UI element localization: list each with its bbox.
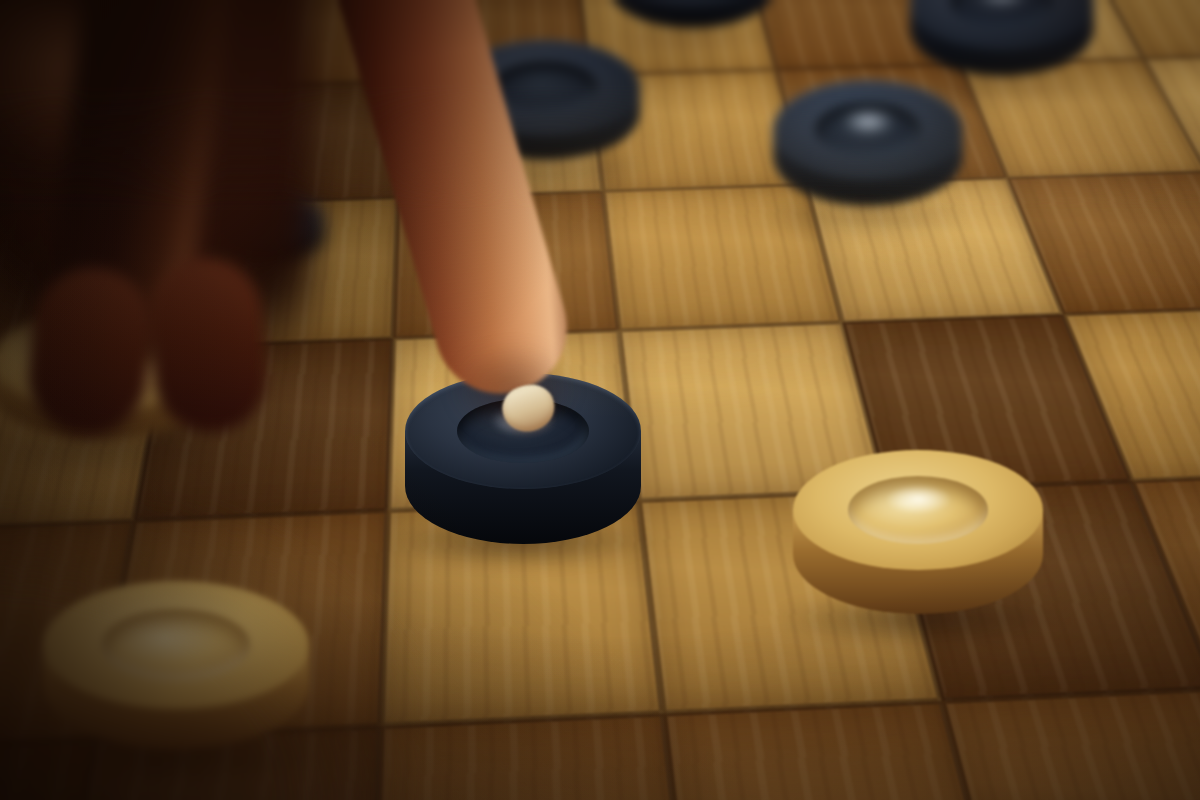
hand-layer [0,0,1200,800]
checkers-photo-scene [0,0,1200,800]
lower-fingertip-b [146,254,270,436]
